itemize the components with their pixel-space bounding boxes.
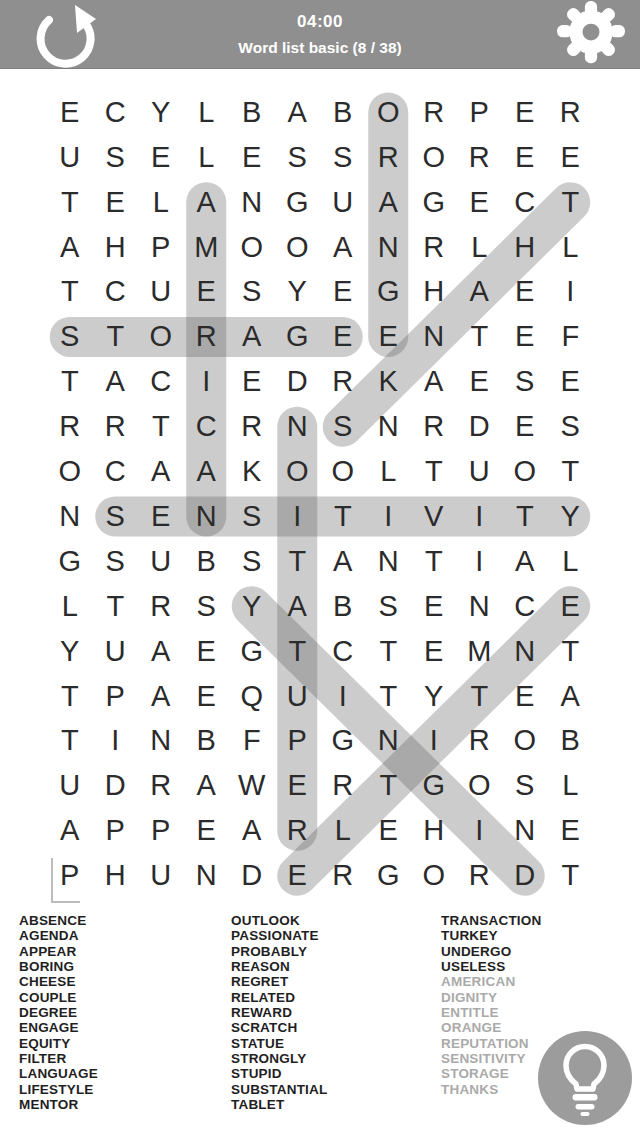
grid-cell-r14c1[interactable]: T <box>47 674 93 719</box>
grid-cell-r11c1[interactable]: G <box>47 539 93 584</box>
grid-cell-r16c2[interactable]: D <box>93 763 139 808</box>
grid-cell-r3c10[interactable]: E <box>457 180 503 225</box>
grid-cell-r14c7[interactable]: I <box>320 674 366 719</box>
word-item-tablet: TABLET <box>231 1097 327 1112</box>
grid-cell-r1c12[interactable]: R <box>548 90 594 135</box>
grid-cell-r4c10[interactable]: L <box>457 225 503 270</box>
grid-cell-r11c3[interactable]: U <box>138 539 184 584</box>
grid-cell-r18c11[interactable]: D <box>502 853 548 898</box>
grid-cell-r1c5[interactable]: B <box>229 90 275 135</box>
grid-cell-r18c12[interactable]: T <box>548 853 594 898</box>
grid-cell-r17c3[interactable]: P <box>138 808 184 853</box>
grid-cell-r4c8[interactable]: N <box>366 225 412 270</box>
grid-cell-r6c8[interactable]: E <box>366 314 412 359</box>
grid-cell-r12c3[interactable]: R <box>138 584 184 629</box>
grid-cell-r13c3[interactable]: A <box>138 629 184 674</box>
grid-cell-r9c2[interactable]: C <box>93 449 139 494</box>
word-item-reward: REWARD <box>231 1005 327 1020</box>
grid-cell-r3c8[interactable]: A <box>366 180 412 225</box>
word-item-reason: REASON <box>231 959 327 974</box>
grid-cell-r10c2[interactable]: S <box>93 494 139 539</box>
grid-cell-r3c4[interactable]: A <box>184 180 230 225</box>
word-item-lifestyle: LIFESTYLE <box>19 1082 98 1097</box>
grid-cell-r3c7[interactable]: U <box>320 180 366 225</box>
grid-cell-r7c4[interactable]: I <box>184 359 230 404</box>
grid-cell-r17c10[interactable]: I <box>457 808 503 853</box>
grid-cell-r11c5[interactable]: S <box>229 539 275 584</box>
grid-cell-r15c7[interactable]: G <box>320 719 366 764</box>
word-list-column-1: ABSENCEAGENDAAPPEARBORINGCHEESECOUPLEDEG… <box>19 913 98 1112</box>
grid-cell-r6c10[interactable]: T <box>457 314 503 359</box>
grid-cell-r12c7[interactable]: B <box>320 584 366 629</box>
grid-cell-r12c1[interactable]: L <box>47 584 93 629</box>
grid-cell-r9c5[interactable]: K <box>229 449 275 494</box>
grid-cell-r17c11[interactable]: N <box>502 808 548 853</box>
grid-cell-r18c7[interactable]: R <box>320 853 366 898</box>
grid-cell-r4c12[interactable]: L <box>548 225 594 270</box>
word-item-agenda: AGENDA <box>19 928 98 943</box>
grid-cell-r6c9[interactable]: N <box>411 314 457 359</box>
grid-cell-r1c6[interactable]: A <box>275 90 321 135</box>
grid-cell-r17c7[interactable]: L <box>320 808 366 853</box>
grid-cell-r13c7[interactable]: C <box>320 629 366 674</box>
grid-cell-r11c10[interactable]: I <box>457 539 503 584</box>
grid-cell-r5c3[interactable]: U <box>138 270 184 315</box>
grid-cell-r8c12[interactable]: S <box>548 404 594 449</box>
word-item-entitle: ENTITLE <box>441 1005 541 1020</box>
grid-cell-r12c10[interactable]: N <box>457 584 503 629</box>
word-item-stupid: STUPID <box>231 1066 327 1081</box>
grid-cell-r14c11[interactable]: E <box>502 674 548 719</box>
grid-cell-r13c5[interactable]: G <box>229 629 275 674</box>
grid-cell-r1c10[interactable]: P <box>457 90 503 135</box>
grid-cell-r4c1[interactable]: A <box>47 225 93 270</box>
word-item-probably: PROBABLY <box>231 944 327 959</box>
grid-cell-r4c4[interactable]: M <box>184 225 230 270</box>
grid-cell-r2c2[interactable]: S <box>93 135 139 180</box>
grid-cell-r9c7[interactable]: O <box>320 449 366 494</box>
grid-cell-r2c12[interactable]: E <box>548 135 594 180</box>
grid-cell-r6c11[interactable]: E <box>502 314 548 359</box>
word-list-column-2: OUTLOOKPASSIONATEPROBABLYREASONREGRETREL… <box>231 913 327 1112</box>
grid-cell-r16c8[interactable]: T <box>366 763 412 808</box>
grid-cell-r1c8[interactable]: O <box>366 90 412 135</box>
grid-cell-r17c2[interactable]: P <box>93 808 139 853</box>
word-item-reputation: REPUTATION <box>441 1036 541 1051</box>
grid-cell-r9c10[interactable]: U <box>457 449 503 494</box>
grid-cell-r15c3[interactable]: N <box>138 719 184 764</box>
grid-cell-r6c7[interactable]: E <box>320 314 366 359</box>
grid-cell-r12c5[interactable]: Y <box>229 584 275 629</box>
grid-cell-r3c6[interactable]: G <box>275 180 321 225</box>
word-item-statue: STATUE <box>231 1036 327 1051</box>
word-list-progress: Word list basic (8 / 38) <box>238 39 401 57</box>
grid-cell-r8c8[interactable]: N <box>366 404 412 449</box>
grid-cell-r12c2[interactable]: T <box>93 584 139 629</box>
grid-cell-r5c2[interactable]: C <box>93 270 139 315</box>
grid-cell-r13c10[interactable]: M <box>457 629 503 674</box>
grid-cell-r12c6[interactable]: A <box>275 584 321 629</box>
grid-cell-r3c3[interactable]: L <box>138 180 184 225</box>
grid-cell-r6c4[interactable]: R <box>184 314 230 359</box>
top-bar-text: 04:00 Word list basic (8 / 38) <box>0 0 640 68</box>
grid-cell-r7c5[interactable]: E <box>229 359 275 404</box>
grid-cell-r4c3[interactable]: P <box>138 225 184 270</box>
grid-cell-r6c2[interactable]: T <box>93 314 139 359</box>
grid-cell-r1c2[interactable]: C <box>93 90 139 135</box>
grid-cell-r13c11[interactable]: N <box>502 629 548 674</box>
grid-cell-r10c5[interactable]: S <box>229 494 275 539</box>
grid-corner-mark <box>51 858 80 903</box>
grid-cell-r10c3[interactable]: E <box>138 494 184 539</box>
grid-cell-r14c12[interactable]: A <box>548 674 594 719</box>
grid-cell-r13c1[interactable]: Y <box>47 629 93 674</box>
grid-cell-r6c6[interactable]: G <box>275 314 321 359</box>
word-item-orange: ORANGE <box>441 1020 541 1035</box>
grid-cell-r5c6[interactable]: Y <box>275 270 321 315</box>
grid-cell-r4c9[interactable]: R <box>411 225 457 270</box>
word-item-dignity: DIGNITY <box>441 990 541 1005</box>
grid-cell-r15c10[interactable]: R <box>457 719 503 764</box>
grid-cell-r6c5[interactable]: A <box>229 314 275 359</box>
word-item-sensitivity: SENSITIVITY <box>441 1051 541 1066</box>
grid-cell-r9c3[interactable]: A <box>138 449 184 494</box>
grid-cell-r11c8[interactable]: N <box>366 539 412 584</box>
grid-cell-r12c12[interactable]: E <box>548 584 594 629</box>
word-search-board: ECYLBABORPERUSELESSROREETELANGUAGECTAHPM… <box>0 68 640 913</box>
grid-cell-r5c11[interactable]: E <box>502 270 548 315</box>
grid-cell-r8c7[interactable]: S <box>320 404 366 449</box>
grid-cell-r12c11[interactable]: C <box>502 584 548 629</box>
grid-cell-r4c7[interactable]: A <box>320 225 366 270</box>
word-item-passionate: PASSIONATE <box>231 928 327 943</box>
grid-cell-r9c8[interactable]: L <box>366 449 412 494</box>
grid-cell-r14c9[interactable]: Y <box>411 674 457 719</box>
grid-cell-r8c3[interactable]: T <box>138 404 184 449</box>
grid-cell-r13c6[interactable]: T <box>275 629 321 674</box>
grid-cell-r8c2[interactable]: R <box>93 404 139 449</box>
word-item-useless: USELESS <box>441 959 541 974</box>
grid-cell-r8c5[interactable]: R <box>229 404 275 449</box>
grid-cell-r17c9[interactable]: H <box>411 808 457 853</box>
grid-cell-r18c3[interactable]: U <box>138 853 184 898</box>
grid-cell-r2c10[interactable]: R <box>457 135 503 180</box>
word-item-strongly: STRONGLY <box>231 1051 327 1066</box>
grid-cell-r2c4[interactable]: L <box>184 135 230 180</box>
grid-cell-r9c6[interactable]: O <box>275 449 321 494</box>
lightbulb-icon <box>538 1031 632 1125</box>
grid-cell-r2c5[interactable]: E <box>229 135 275 180</box>
grid-cell-r5c12[interactable]: I <box>548 270 594 315</box>
grid-cell-r5c5[interactable]: S <box>229 270 275 315</box>
word-item-undergo: UNDERGO <box>441 944 541 959</box>
word-item-scratch: SCRATCH <box>231 1020 327 1035</box>
grid-cell-r11c11[interactable]: A <box>502 539 548 584</box>
grid-cell-r5c4[interactable]: E <box>184 270 230 315</box>
grid-cell-r10c10[interactable]: I <box>457 494 503 539</box>
grid-cell-r11c2[interactable]: S <box>93 539 139 584</box>
grid-cell-r12c8[interactable]: S <box>366 584 412 629</box>
grid-cell-r3c2[interactable]: E <box>93 180 139 225</box>
grid-cell-r5c9[interactable]: H <box>411 270 457 315</box>
grid-cell-r11c6[interactable]: T <box>275 539 321 584</box>
grid-cell-r11c4[interactable]: B <box>184 539 230 584</box>
grid-cell-r14c8[interactable]: T <box>366 674 412 719</box>
grid-cell-r14c3[interactable]: A <box>138 674 184 719</box>
grid-cell-r16c3[interactable]: R <box>138 763 184 808</box>
grid-cell-r5c10[interactable]: A <box>457 270 503 315</box>
grid-cell-r18c8[interactable]: G <box>366 853 412 898</box>
word-item-couple: COUPLE <box>19 990 98 1005</box>
grid-cell-r11c12[interactable]: L <box>548 539 594 584</box>
word-item-mentor: MENTOR <box>19 1097 98 1112</box>
grid-cell-r7c6[interactable]: D <box>275 359 321 404</box>
grid-cell-r12c9[interactable]: E <box>411 584 457 629</box>
grid-cell-r15c1[interactable]: T <box>47 719 93 764</box>
word-list-column-3: TRANSACTIONTURKEYUNDERGOUSELESSAMERICAND… <box>441 913 541 1097</box>
grid-cell-r1c4[interactable]: L <box>184 90 230 135</box>
grid-cell-r15c6[interactable]: P <box>275 719 321 764</box>
word-item-filter: FILTER <box>19 1051 98 1066</box>
grid-cell-r15c5[interactable]: F <box>229 719 275 764</box>
grid-cell-r10c4[interactable]: N <box>184 494 230 539</box>
grid-cell-r17c12[interactable]: E <box>548 808 594 853</box>
grid-cell-r8c4[interactable]: C <box>184 404 230 449</box>
word-item-appear: APPEAR <box>19 944 98 959</box>
grid-cell-r13c2[interactable]: U <box>93 629 139 674</box>
grid-cell-r13c9[interactable]: E <box>411 629 457 674</box>
top-bar: 04:00 Word list basic (8 / 38) <box>0 0 640 69</box>
word-item-equity: EQUITY <box>19 1036 98 1051</box>
grid-cell-r9c12[interactable]: T <box>548 449 594 494</box>
grid-cell-r9c9[interactable]: T <box>411 449 457 494</box>
grid-cell-r13c12[interactable]: T <box>548 629 594 674</box>
grid-cell-r3c9[interactable]: G <box>411 180 457 225</box>
grid-cell-r17c1[interactable]: A <box>47 808 93 853</box>
grid-cell-r7c9[interactable]: A <box>411 359 457 404</box>
grid-cell-r2c7[interactable]: S <box>320 135 366 180</box>
word-item-boring: BORING <box>19 959 98 974</box>
grid-cell-r17c4[interactable]: E <box>184 808 230 853</box>
grid-cell-r3c12[interactable]: T <box>548 180 594 225</box>
grid-cell-r4c6[interactable]: O <box>275 225 321 270</box>
grid-cell-r16c12[interactable]: L <box>548 763 594 808</box>
grid-cell-r15c4[interactable]: B <box>184 719 230 764</box>
grid-cell-r5c1[interactable]: T <box>47 270 93 315</box>
word-item-degree: DEGREE <box>19 1005 98 1020</box>
refresh-button[interactable] <box>16 2 96 68</box>
grid-cell-r8c6[interactable]: N <box>275 404 321 449</box>
grid-cell-r6c3[interactable]: O <box>138 314 184 359</box>
grid-cell-r1c3[interactable]: Y <box>138 90 184 135</box>
grid-cell-r2c1[interactable]: U <box>47 135 93 180</box>
word-item-cheese: CHEESE <box>19 974 98 989</box>
grid-cell-r7c1[interactable]: T <box>47 359 93 404</box>
grid-cell-r8c9[interactable]: R <box>411 404 457 449</box>
word-search-app: { "game": "word-search", "position": "EC… <box>0 0 640 1138</box>
grid-cell-r10c9[interactable]: V <box>411 494 457 539</box>
hint-button[interactable] <box>538 1031 632 1125</box>
grid-cell-r4c5[interactable]: O <box>229 225 275 270</box>
word-item-regret: REGRET <box>231 974 327 989</box>
settings-button[interactable] <box>557 1 625 67</box>
grid-cell-r18c9[interactable]: O <box>411 853 457 898</box>
grid-cell-r1c1[interactable]: E <box>47 90 93 135</box>
grid-cell-r3c1[interactable]: T <box>47 180 93 225</box>
grid-cell-r5c8[interactable]: G <box>366 270 412 315</box>
grid-cell-r14c10[interactable]: T <box>457 674 503 719</box>
grid-cell-r7c3[interactable]: C <box>138 359 184 404</box>
word-item-absence: ABSENCE <box>19 913 98 928</box>
grid-cell-r9c11[interactable]: O <box>502 449 548 494</box>
grid-cell-r17c6[interactable]: R <box>275 808 321 853</box>
grid-cell-r10c12[interactable]: Y <box>548 494 594 539</box>
grid-cell-r7c11[interactable]: S <box>502 359 548 404</box>
grid-cell-r18c10[interactable]: R <box>457 853 503 898</box>
grid-cell-r12c4[interactable]: S <box>184 584 230 629</box>
grid-cell-r1c9[interactable]: R <box>411 90 457 135</box>
grid-cell-r11c9[interactable]: T <box>411 539 457 584</box>
grid-cell-r18c4[interactable]: N <box>184 853 230 898</box>
grid-cell-r7c2[interactable]: A <box>93 359 139 404</box>
grid-cell-r9c1[interactable]: O <box>47 449 93 494</box>
grid-cell-r6c1[interactable]: S <box>47 314 93 359</box>
word-item-storage: STORAGE <box>441 1066 541 1081</box>
refresh-icon <box>16 2 96 68</box>
grid-cell-r5c7[interactable]: E <box>320 270 366 315</box>
grid-cell-r2c8[interactable]: R <box>366 135 412 180</box>
grid-cell-r8c11[interactable]: E <box>502 404 548 449</box>
grid-cell-r16c9[interactable]: G <box>411 763 457 808</box>
grid-cell-r16c6[interactable]: E <box>275 763 321 808</box>
grid-cell-r15c12[interactable]: B <box>548 719 594 764</box>
grid-cell-r4c11[interactable]: H <box>502 225 548 270</box>
grid-cell-r8c10[interactable]: D <box>457 404 503 449</box>
word-item-transaction: TRANSACTION <box>441 913 541 928</box>
grid-cell-r15c8[interactable]: N <box>366 719 412 764</box>
grid-cell-r3c11[interactable]: C <box>502 180 548 225</box>
grid-cell-r10c11[interactable]: T <box>502 494 548 539</box>
word-item-engage: ENGAGE <box>19 1020 98 1035</box>
grid-cell-r10c7[interactable]: T <box>320 494 366 539</box>
grid-cell-r4c2[interactable]: H <box>93 225 139 270</box>
grid-cell-r15c11[interactable]: O <box>502 719 548 764</box>
grid-cell-r18c2[interactable]: H <box>93 853 139 898</box>
grid-cell-r17c5[interactable]: A <box>229 808 275 853</box>
gear-icon <box>557 1 625 67</box>
grid-cell-r14c6[interactable]: U <box>275 674 321 719</box>
grid-cell-r7c7[interactable]: R <box>320 359 366 404</box>
grid-cell-r10c8[interactable]: I <box>366 494 412 539</box>
grid-cell-r17c8[interactable]: E <box>366 808 412 853</box>
grid-cell-r1c11[interactable]: E <box>502 90 548 135</box>
grid-cell-r10c6[interactable]: I <box>275 494 321 539</box>
grid-cell-r14c5[interactable]: Q <box>229 674 275 719</box>
word-item-language: LANGUAGE <box>19 1066 98 1081</box>
word-item-substantial: SUBSTANTIAL <box>231 1082 327 1097</box>
grid-cell-r13c4[interactable]: E <box>184 629 230 674</box>
grid-cell-r8c1[interactable]: R <box>47 404 93 449</box>
grid-cell-r9c4[interactable]: A <box>184 449 230 494</box>
word-item-turkey: TURKEY <box>441 928 541 943</box>
timer: 04:00 <box>297 12 343 32</box>
grid-cell-r13c8[interactable]: T <box>366 629 412 674</box>
grid-cell-r2c9[interactable]: O <box>411 135 457 180</box>
word-item-thanks: THANKS <box>441 1082 541 1097</box>
grid-cell-r16c1[interactable]: U <box>47 763 93 808</box>
word-item-related: RELATED <box>231 990 327 1005</box>
word-item-outlook: OUTLOOK <box>231 913 327 928</box>
grid-cell-r2c11[interactable]: E <box>502 135 548 180</box>
grid-cell-r2c6[interactable]: S <box>275 135 321 180</box>
grid-cell-r16c10[interactable]: O <box>457 763 503 808</box>
grid-cell-r7c8[interactable]: K <box>366 359 412 404</box>
grid-cell-r14c4[interactable]: E <box>184 674 230 719</box>
grid-cell-r14c2[interactable]: P <box>93 674 139 719</box>
grid-cell-r10c1[interactable]: N <box>47 494 93 539</box>
word-item-american: AMERICAN <box>441 974 541 989</box>
grid-cell-r11c7[interactable]: A <box>320 539 366 584</box>
grid-cell-r3c5[interactable]: N <box>229 180 275 225</box>
grid-cell-r1c7[interactable]: B <box>320 90 366 135</box>
grid-cell-r7c12[interactable]: E <box>548 359 594 404</box>
grid-cell-r2c3[interactable]: E <box>138 135 184 180</box>
grid-cell-r15c9[interactable]: I <box>411 719 457 764</box>
grid-cell-r16c4[interactable]: A <box>184 763 230 808</box>
grid-cell-r18c6[interactable]: E <box>275 853 321 898</box>
grid-cell-r16c11[interactable]: S <box>502 763 548 808</box>
grid-cell-r6c12[interactable]: F <box>548 314 594 359</box>
grid-cell-r16c7[interactable]: R <box>320 763 366 808</box>
grid-cell-r7c10[interactable]: E <box>457 359 503 404</box>
grid-cell-r15c2[interactable]: I <box>93 719 139 764</box>
grid-cell-r16c5[interactable]: W <box>229 763 275 808</box>
grid-cell-r18c5[interactable]: D <box>229 853 275 898</box>
